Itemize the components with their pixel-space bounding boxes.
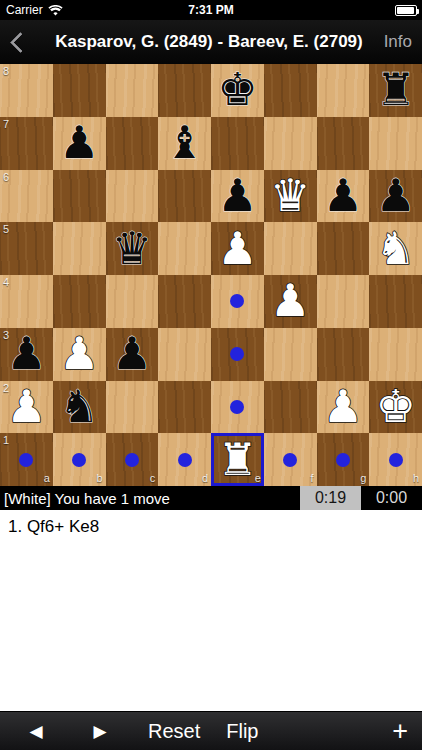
battery-nub (417, 9, 419, 14)
rank-label-8: 8 (3, 66, 9, 77)
board-square-a7[interactable]: 7 (0, 117, 53, 170)
board-square-f2[interactable] (264, 381, 317, 434)
board-square-a3[interactable]: 3♟ (0, 328, 53, 381)
piece-white-pawn[interactable]: ♟ (217, 223, 257, 275)
board-square-g4[interactable] (317, 275, 370, 328)
board-square-b4[interactable] (53, 275, 106, 328)
legal-move-dot[interactable] (178, 453, 192, 467)
board-square-f1[interactable]: f (264, 433, 317, 486)
file-label-c: c (150, 473, 156, 484)
piece-black-pawn[interactable]: ♟ (59, 117, 99, 169)
board-square-h3[interactable] (369, 328, 422, 381)
piece-black-pawn[interactable]: ♟ (217, 170, 257, 222)
legal-move-dot[interactable] (125, 453, 139, 467)
piece-black-rook[interactable]: ♜ (375, 64, 415, 116)
piece-black-pawn[interactable]: ♟ (112, 328, 152, 380)
board-square-d2[interactable] (158, 381, 211, 434)
file-label-a: a (44, 473, 50, 484)
board-square-g6[interactable]: ♟ (317, 170, 370, 223)
battery-fill (397, 7, 414, 14)
board-square-g3[interactable] (317, 328, 370, 381)
board-square-a5[interactable]: 5 (0, 222, 53, 275)
board-square-a8[interactable]: 8 (0, 64, 53, 117)
black-clock: 0:00 (361, 486, 422, 510)
board-square-g8[interactable] (317, 64, 370, 117)
clock-time: 7:31 PM (0, 3, 422, 17)
legal-move-dot[interactable] (336, 453, 350, 467)
board-square-b6[interactable] (53, 170, 106, 223)
board-square-d6[interactable] (158, 170, 211, 223)
piece-black-pawn[interactable]: ♟ (6, 328, 46, 380)
board-square-f3[interactable] (264, 328, 317, 381)
chevron-left-icon (9, 31, 30, 52)
board-square-c6[interactable] (106, 170, 159, 223)
rank-label-7: 7 (3, 119, 9, 130)
previous-move-button[interactable]: ◀ (24, 721, 48, 742)
board-square-f4[interactable]: ♟ (264, 275, 317, 328)
game-status-strip: [White] You have 1 move 0:19 0:00 (0, 486, 422, 510)
piece-black-king[interactable]: ♚ (217, 64, 257, 116)
next-move-button[interactable]: ▶ (88, 721, 112, 742)
piece-black-pawn[interactable]: ♟ (323, 170, 363, 222)
app-window: Carrier 7:31 PM Kasparov, G. (2849) - Ba… (0, 0, 422, 750)
rank-label-2: 2 (3, 383, 9, 394)
legal-move-dot[interactable] (72, 453, 86, 467)
board-square-f7[interactable] (264, 117, 317, 170)
nav-bar: Kasparov, G. (2849) - Bareev, E. (2709) … (0, 20, 422, 64)
piece-white-king[interactable]: ♚ (375, 381, 415, 433)
piece-black-knight[interactable]: ♞ (59, 381, 99, 433)
battery-icon (395, 5, 417, 16)
legal-move-dot[interactable] (283, 453, 297, 467)
board-square-e1[interactable]: e♜ (211, 433, 264, 486)
board-square-d3[interactable] (158, 328, 211, 381)
piece-white-pawn[interactable]: ♟ (6, 381, 46, 433)
piece-black-pawn[interactable]: ♟ (375, 170, 415, 222)
white-clock: 0:19 (300, 486, 361, 510)
board-square-c3[interactable]: ♟ (106, 328, 159, 381)
legal-move-dot[interactable] (230, 400, 244, 414)
board-square-h6[interactable]: ♟ (369, 170, 422, 223)
board-square-b1[interactable]: b (53, 433, 106, 486)
file-label-h: h (413, 473, 419, 484)
board-square-b8[interactable] (53, 64, 106, 117)
file-label-f: f (310, 473, 313, 484)
board-square-g5[interactable] (317, 222, 370, 275)
board-square-c8[interactable] (106, 64, 159, 117)
board-square-e6[interactable]: ♟ (211, 170, 264, 223)
chess-board: 8♚♜7♟♝6♟♛♟♟5♛♟♞4♟3♟♟♟2♟♞♟♚1abcde♜fgh (0, 64, 422, 486)
board-square-e2[interactable] (211, 381, 264, 434)
board-square-h1[interactable]: h (369, 433, 422, 486)
board-square-e5[interactable]: ♟ (211, 222, 264, 275)
board-square-c7[interactable] (106, 117, 159, 170)
flip-button[interactable]: Flip (226, 720, 258, 743)
board-square-d8[interactable] (158, 64, 211, 117)
board-square-h8[interactable]: ♜ (369, 64, 422, 117)
board-square-b5[interactable] (53, 222, 106, 275)
board-square-f5[interactable] (264, 222, 317, 275)
rank-label-6: 6 (3, 172, 9, 183)
game-title: Kasparov, G. (2849) - Bareev, E. (2709) (44, 32, 374, 52)
ios-status-bar: Carrier 7:31 PM (0, 0, 422, 20)
board-square-g2[interactable]: ♟ (317, 381, 370, 434)
board-square-h5[interactable]: ♞ (369, 222, 422, 275)
board-square-g7[interactable] (317, 117, 370, 170)
board-square-b2[interactable]: ♞ (53, 381, 106, 434)
file-label-g: g (360, 473, 366, 484)
board-square-h4[interactable] (369, 275, 422, 328)
file-label-e: e (255, 473, 261, 484)
legal-move-dot[interactable] (230, 347, 244, 361)
board-square-f6[interactable]: ♛ (264, 170, 317, 223)
board-square-b7[interactable]: ♟ (53, 117, 106, 170)
board-square-a2[interactable]: 2♟ (0, 381, 53, 434)
board-square-e8[interactable]: ♚ (211, 64, 264, 117)
board-square-h7[interactable] (369, 117, 422, 170)
rank-label-1: 1 (3, 435, 9, 446)
piece-white-pawn[interactable]: ♟ (323, 381, 363, 433)
rank-label-5: 5 (3, 224, 9, 235)
back-button[interactable] (0, 20, 34, 64)
piece-black-bishop[interactable]: ♝ (164, 117, 204, 169)
piece-white-rook[interactable]: ♜ (217, 434, 257, 486)
rank-label-4: 4 (3, 277, 9, 288)
file-label-d: d (202, 473, 208, 484)
board-square-d1[interactable]: d (158, 433, 211, 486)
board-square-c5[interactable]: ♛ (106, 222, 159, 275)
board-square-a4[interactable]: 4 (0, 275, 53, 328)
board-square-h2[interactable]: ♚ (369, 381, 422, 434)
board-square-c1[interactable]: c (106, 433, 159, 486)
rank-label-3: 3 (3, 330, 9, 341)
piece-white-pawn[interactable]: ♟ (59, 328, 99, 380)
board-square-e7[interactable] (211, 117, 264, 170)
board-square-e3[interactable] (211, 328, 264, 381)
board-square-d7[interactable]: ♝ (158, 117, 211, 170)
board-square-e4[interactable] (211, 275, 264, 328)
board-square-f8[interactable] (264, 64, 317, 117)
turn-message: [White] You have 1 move (0, 486, 300, 510)
board-square-d5[interactable] (158, 222, 211, 275)
board-square-c2[interactable] (106, 381, 159, 434)
board-square-b3[interactable]: ♟ (53, 328, 106, 381)
piece-black-queen[interactable]: ♛ (112, 223, 152, 275)
board-square-a6[interactable]: 6 (0, 170, 53, 223)
board-square-c4[interactable] (106, 275, 159, 328)
piece-white-pawn[interactable]: ♟ (270, 275, 310, 327)
piece-white-queen[interactable]: ♛ (270, 170, 310, 222)
piece-white-knight[interactable]: ♞ (375, 223, 415, 275)
file-label-b: b (96, 473, 102, 484)
legal-move-dot[interactable] (19, 453, 33, 467)
board-square-a1[interactable]: 1a (0, 433, 53, 486)
info-button[interactable]: Info (374, 32, 422, 52)
bottom-toolbar: ◀ ▶ Reset Flip + (0, 711, 422, 750)
legal-move-dot[interactable] (389, 453, 403, 467)
legal-move-dot[interactable] (230, 294, 244, 308)
board-square-d4[interactable] (158, 275, 211, 328)
board-square-g1[interactable]: g (317, 433, 370, 486)
move-list[interactable]: 1. Qf6+ Ke8 (0, 510, 422, 544)
reset-button[interactable]: Reset (148, 720, 200, 743)
add-button[interactable]: + (392, 718, 408, 745)
